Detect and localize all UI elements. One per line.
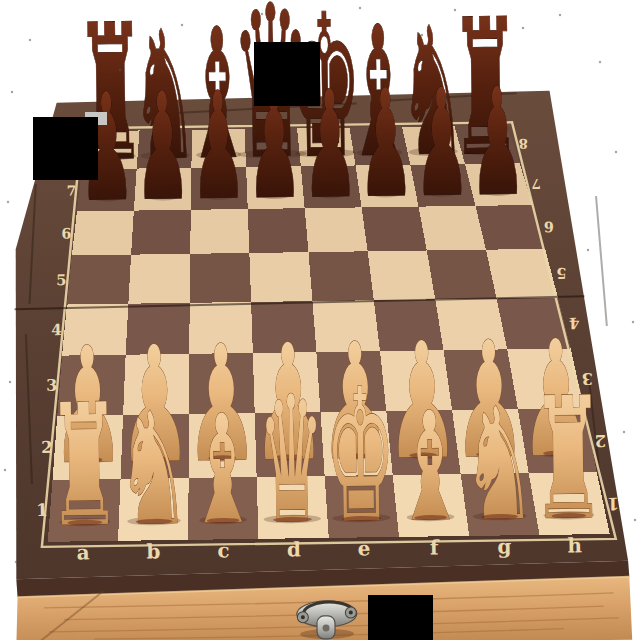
rank-label-left-6: 6 (61, 225, 71, 241)
jpeg-speckle (359, 7, 361, 9)
piece-black-pawn-g7[interactable]: ♟ (412, 57, 470, 230)
square-e5[interactable] (309, 251, 374, 301)
chess-set-photo: Overhead-angle photo of a folding wooden… (0, 0, 640, 640)
censor-box-3 (368, 595, 433, 640)
piece-white-knight-b1[interactable]: ♞ (116, 379, 192, 560)
square-f5[interactable] (368, 250, 436, 300)
piece-black-pawn-h7[interactable]: ♟ (468, 57, 526, 230)
piece-white-bishop-f1[interactable]: ♝ (393, 380, 467, 555)
jpeg-speckle (261, 13, 263, 15)
jpeg-speckle (9, 381, 11, 383)
jpeg-speckle (559, 14, 561, 16)
jpeg-speckle (634, 519, 636, 521)
piece-white-king-e1[interactable]: ♚ (324, 349, 398, 563)
jpeg-speckle (454, 9, 456, 11)
square-c5[interactable] (189, 253, 251, 303)
rank-label-right-7: 7 (531, 176, 541, 192)
piece-white-rook-a1[interactable]: ♜ (46, 367, 122, 564)
jpeg-speckle (29, 39, 31, 41)
jpeg-speckle (421, 34, 423, 36)
piece-black-pawn-c7[interactable]: ♟ (189, 60, 247, 233)
chess-board: Overhead-angle photo of a folding wooden… (0, 0, 640, 640)
censor-box-1 (33, 117, 98, 180)
rank-label-left-5: 5 (56, 271, 67, 288)
jpeg-speckle (615, 151, 617, 153)
jpeg-speckle (119, 69, 121, 71)
jpeg-speckle (599, 61, 601, 63)
rank-label-left-1: 1 (36, 500, 48, 520)
piece-black-pawn-f7[interactable]: ♟ (357, 58, 415, 231)
jpeg-speckle (522, 27, 524, 29)
jpeg-speckle (623, 431, 625, 433)
rank-label-left-7: 7 (67, 182, 77, 198)
piece-white-queen-d1[interactable]: ♛ (257, 358, 326, 564)
jpeg-speckle (632, 321, 634, 323)
piece-white-knight-g1[interactable]: ♞ (461, 374, 537, 555)
square-d5[interactable] (249, 252, 312, 302)
jpeg-speckle (7, 201, 9, 203)
piece-white-rook-h1[interactable]: ♜ (530, 360, 606, 557)
square-a5[interactable] (66, 255, 131, 305)
rank-label-right-6: 6 (544, 219, 554, 235)
square-b5[interactable] (128, 254, 191, 304)
rank-label-right-1: 1 (607, 494, 619, 514)
jpeg-speckle (4, 469, 6, 471)
censor-box-2 (254, 42, 320, 106)
jpeg-speckle (587, 249, 589, 251)
jpeg-speckle (15, 561, 17, 563)
square-g5[interactable] (427, 250, 497, 300)
jpeg-speckle (181, 24, 183, 26)
metal-clasp (297, 601, 358, 640)
piece-white-bishop-c1[interactable]: ♝ (186, 383, 260, 558)
jpeg-speckle (11, 91, 13, 93)
piece-black-pawn-b7[interactable]: ♟ (133, 61, 191, 234)
rank-label-right-5: 5 (556, 265, 567, 282)
frame-grain-streak (596, 196, 607, 326)
